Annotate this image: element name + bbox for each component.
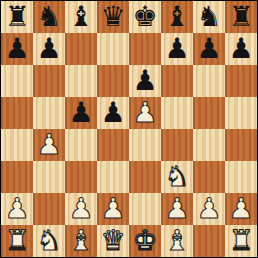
white-bishop-piece[interactable]: ♝ xyxy=(68,225,93,257)
black-knight-piece[interactable]: ♞ xyxy=(196,1,221,33)
square-b6[interactable] xyxy=(33,65,65,97)
square-e2[interactable] xyxy=(129,193,161,225)
square-a4[interactable] xyxy=(1,129,33,161)
chess-board: ♜♞♝♛♚♝♞♜♟♟♟♟♟♟♟♟♟♟♞♟♟♟♟♟♟♜♞♝♛♚♝♜ xyxy=(0,0,258,258)
square-b7[interactable]: ♟ xyxy=(33,33,65,65)
white-pawn-piece[interactable]: ♟ xyxy=(228,193,253,225)
black-rook-piece[interactable]: ♜ xyxy=(228,1,253,33)
square-e8[interactable]: ♚ xyxy=(129,1,161,33)
square-b3[interactable] xyxy=(33,161,65,193)
square-h7[interactable]: ♟ xyxy=(225,33,257,65)
black-bishop-piece[interactable]: ♝ xyxy=(68,1,93,33)
black-rook-piece[interactable]: ♜ xyxy=(4,1,29,33)
square-c5[interactable]: ♟ xyxy=(65,97,97,129)
square-a2[interactable]: ♟ xyxy=(1,193,33,225)
square-c7[interactable] xyxy=(65,33,97,65)
square-e5[interactable]: ♟ xyxy=(129,97,161,129)
black-pawn-piece[interactable]: ♟ xyxy=(196,33,221,65)
square-h2[interactable]: ♟ xyxy=(225,193,257,225)
white-pawn-piece[interactable]: ♟ xyxy=(132,97,157,129)
black-pawn-piece[interactable]: ♟ xyxy=(228,33,253,65)
white-pawn-piece[interactable]: ♟ xyxy=(100,193,125,225)
square-f5[interactable] xyxy=(161,97,193,129)
square-h8[interactable]: ♜ xyxy=(225,1,257,33)
square-f8[interactable]: ♝ xyxy=(161,1,193,33)
white-pawn-piece[interactable]: ♟ xyxy=(164,193,189,225)
square-g2[interactable]: ♟ xyxy=(193,193,225,225)
square-g7[interactable]: ♟ xyxy=(193,33,225,65)
black-queen-piece[interactable]: ♛ xyxy=(100,1,125,33)
square-g3[interactable] xyxy=(193,161,225,193)
square-f3[interactable]: ♞ xyxy=(161,161,193,193)
square-b5[interactable] xyxy=(33,97,65,129)
square-f2[interactable]: ♟ xyxy=(161,193,193,225)
square-d7[interactable] xyxy=(97,33,129,65)
black-pawn-piece[interactable]: ♟ xyxy=(68,97,93,129)
square-e1[interactable]: ♚ xyxy=(129,225,161,257)
square-f6[interactable] xyxy=(161,65,193,97)
white-king-piece[interactable]: ♚ xyxy=(132,225,157,257)
square-a7[interactable]: ♟ xyxy=(1,33,33,65)
square-d6[interactable] xyxy=(97,65,129,97)
square-e3[interactable] xyxy=(129,161,161,193)
white-pawn-piece[interactable]: ♟ xyxy=(196,193,221,225)
square-f7[interactable]: ♟ xyxy=(161,33,193,65)
square-d8[interactable]: ♛ xyxy=(97,1,129,33)
white-rook-piece[interactable]: ♜ xyxy=(228,225,253,257)
square-c2[interactable]: ♟ xyxy=(65,193,97,225)
chess-board-container: ♜♞♝♛♚♝♞♜♟♟♟♟♟♟♟♟♟♟♞♟♟♟♟♟♟♜♞♝♛♚♝♜ xyxy=(0,0,258,258)
square-g1[interactable] xyxy=(193,225,225,257)
square-a1[interactable]: ♜ xyxy=(1,225,33,257)
white-queen-piece[interactable]: ♛ xyxy=(100,225,125,257)
white-pawn-piece[interactable]: ♟ xyxy=(36,129,61,161)
square-c4[interactable] xyxy=(65,129,97,161)
square-a8[interactable]: ♜ xyxy=(1,1,33,33)
square-c8[interactable]: ♝ xyxy=(65,1,97,33)
square-c6[interactable] xyxy=(65,65,97,97)
black-knight-piece[interactable]: ♞ xyxy=(36,1,61,33)
square-g6[interactable] xyxy=(193,65,225,97)
white-pawn-piece[interactable]: ♟ xyxy=(4,193,29,225)
square-d1[interactable]: ♛ xyxy=(97,225,129,257)
square-f4[interactable] xyxy=(161,129,193,161)
black-pawn-piece[interactable]: ♟ xyxy=(36,33,61,65)
square-g5[interactable] xyxy=(193,97,225,129)
square-h6[interactable] xyxy=(225,65,257,97)
square-a5[interactable] xyxy=(1,97,33,129)
square-f1[interactable]: ♝ xyxy=(161,225,193,257)
black-pawn-piece[interactable]: ♟ xyxy=(164,33,189,65)
square-b8[interactable]: ♞ xyxy=(33,1,65,33)
square-g4[interactable] xyxy=(193,129,225,161)
square-g8[interactable]: ♞ xyxy=(193,1,225,33)
white-knight-piece[interactable]: ♞ xyxy=(36,225,61,257)
square-b2[interactable] xyxy=(33,193,65,225)
square-c3[interactable] xyxy=(65,161,97,193)
square-d3[interactable] xyxy=(97,161,129,193)
square-c1[interactable]: ♝ xyxy=(65,225,97,257)
black-bishop-piece[interactable]: ♝ xyxy=(164,1,189,33)
square-d5[interactable]: ♟ xyxy=(97,97,129,129)
black-pawn-piece[interactable]: ♟ xyxy=(132,65,157,97)
square-e7[interactable] xyxy=(129,33,161,65)
white-rook-piece[interactable]: ♜ xyxy=(4,225,29,257)
square-b4[interactable]: ♟ xyxy=(33,129,65,161)
white-pawn-piece[interactable]: ♟ xyxy=(68,193,93,225)
square-h5[interactable] xyxy=(225,97,257,129)
square-d2[interactable]: ♟ xyxy=(97,193,129,225)
white-knight-piece[interactable]: ♞ xyxy=(164,161,189,193)
square-h4[interactable] xyxy=(225,129,257,161)
black-pawn-piece[interactable]: ♟ xyxy=(100,97,125,129)
square-e6[interactable]: ♟ xyxy=(129,65,161,97)
black-king-piece[interactable]: ♚ xyxy=(132,1,157,33)
square-d4[interactable] xyxy=(97,129,129,161)
square-h1[interactable]: ♜ xyxy=(225,225,257,257)
square-b1[interactable]: ♞ xyxy=(33,225,65,257)
square-e4[interactable] xyxy=(129,129,161,161)
square-h3[interactable] xyxy=(225,161,257,193)
black-pawn-piece[interactable]: ♟ xyxy=(4,33,29,65)
white-bishop-piece[interactable]: ♝ xyxy=(164,225,189,257)
square-a6[interactable] xyxy=(1,65,33,97)
square-a3[interactable] xyxy=(1,161,33,193)
